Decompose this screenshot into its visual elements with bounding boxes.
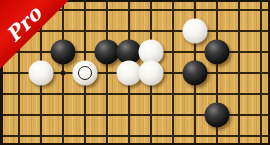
black-stone (205, 40, 230, 65)
screenshot-frame: Pro (0, 0, 270, 145)
grid-line-vertical (172, 0, 174, 145)
grid-line-vertical (260, 0, 262, 145)
last-move-circle-marker (78, 66, 92, 80)
white-stone (183, 19, 208, 44)
grid-line-vertical (238, 0, 240, 145)
white-stone (139, 61, 164, 86)
black-stone (51, 40, 76, 65)
image-border-right (268, 0, 270, 145)
image-border-bottom (0, 143, 270, 145)
white-stone (29, 61, 54, 86)
black-stone (183, 61, 208, 86)
grid-line-vertical (106, 0, 108, 145)
star-point (61, 71, 66, 76)
black-stone (205, 103, 230, 128)
